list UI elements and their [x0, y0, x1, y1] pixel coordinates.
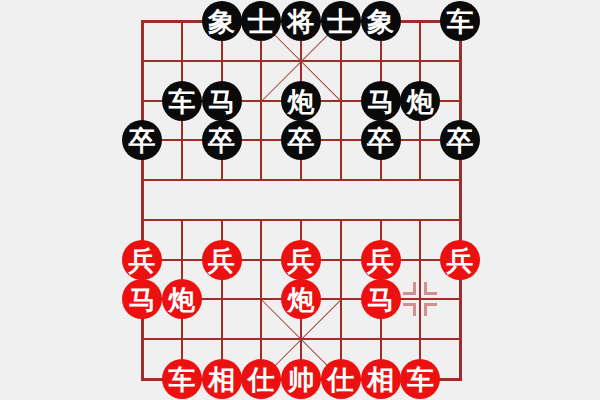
piece-red-chariot[interactable]: 车	[400, 359, 440, 399]
last-move-marker-corner	[403, 303, 416, 316]
piece-red-soldier[interactable]: 兵	[281, 240, 321, 280]
board-file-line	[141, 20, 144, 381]
piece-black-chariot[interactable]: 车	[440, 1, 480, 41]
piece-black-elephant[interactable]: 象	[361, 1, 401, 41]
piece-red-soldier[interactable]: 兵	[361, 240, 401, 280]
piece-black-horse[interactable]: 马	[361, 81, 401, 121]
board-file-line	[459, 20, 462, 381]
piece-black-horse[interactable]: 马	[202, 81, 242, 121]
piece-red-soldier[interactable]: 兵	[122, 240, 162, 280]
piece-black-advisor[interactable]: 士	[241, 1, 281, 41]
last-move-marker	[403, 282, 437, 316]
piece-black-cannon[interactable]: 炮	[400, 81, 440, 121]
piece-black-soldier[interactable]: 卒	[122, 120, 162, 160]
piece-black-chariot[interactable]: 车	[162, 81, 202, 121]
last-move-marker-corner	[424, 303, 437, 316]
piece-black-cannon[interactable]: 炮	[281, 81, 321, 121]
last-move-marker-corner	[403, 282, 416, 295]
piece-black-general[interactable]: 将	[281, 1, 321, 41]
last-move-marker-corner	[424, 282, 437, 295]
piece-red-advisor[interactable]: 仕	[241, 359, 281, 399]
piece-black-soldier[interactable]: 卒	[281, 120, 321, 160]
piece-red-horse[interactable]: 马	[122, 279, 162, 319]
piece-red-elephant[interactable]: 相	[202, 359, 242, 399]
piece-red-elephant[interactable]: 相	[361, 359, 401, 399]
piece-red-general[interactable]: 帅	[281, 359, 321, 399]
piece-red-advisor[interactable]: 仕	[321, 359, 361, 399]
piece-red-horse[interactable]: 马	[361, 279, 401, 319]
piece-red-soldier[interactable]: 兵	[440, 240, 480, 280]
piece-red-cannon[interactable]: 炮	[162, 279, 202, 319]
piece-red-cannon[interactable]: 炮	[281, 279, 321, 319]
piece-black-soldier[interactable]: 卒	[440, 120, 480, 160]
piece-red-chariot[interactable]: 车	[162, 359, 202, 399]
piece-black-soldier[interactable]: 卒	[361, 120, 401, 160]
piece-red-soldier[interactable]: 兵	[202, 240, 242, 280]
piece-black-elephant[interactable]: 象	[202, 1, 242, 41]
piece-black-advisor[interactable]: 士	[321, 1, 361, 41]
piece-black-soldier[interactable]: 卒	[202, 120, 242, 160]
xiangqi-board: 象士将士象车车马炮马炮卒卒卒卒卒兵兵兵兵兵马炮炮马车相仕帅仕相车	[142, 21, 460, 379]
